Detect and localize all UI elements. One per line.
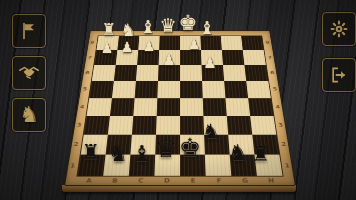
white-king-e8[interactable]: ♚	[179, 13, 198, 34]
black-rook-h1[interactable]: ♜	[252, 144, 271, 165]
white-pawn-f6[interactable]: ♟	[203, 56, 216, 71]
black-bishop-c1[interactable]: ♝	[132, 143, 152, 165]
white-bishop-c8[interactable]: ♝	[140, 18, 156, 36]
white-bishop-f8[interactable]: ♝	[199, 19, 215, 37]
white-pawn-e7[interactable]: ♟	[188, 37, 201, 51]
white-queen-d8[interactable]: ♛	[159, 16, 176, 35]
black-knight-g1[interactable]: ♞	[228, 142, 248, 164]
white-pawn-d6[interactable]: ♟	[162, 53, 175, 68]
black-king-e1[interactable]: ♚	[179, 135, 201, 160]
black-rook-a1[interactable]: ♜	[82, 142, 101, 163]
white-pawn-b7[interactable]: ♟	[121, 40, 134, 54]
white-rook-a8[interactable]: ♜	[102, 22, 116, 38]
white-pawn-c7[interactable]: ♟	[143, 39, 156, 53]
black-knight-b1[interactable]: ♞	[108, 143, 128, 165]
white-pawn-a7[interactable]: ♟	[101, 41, 114, 55]
black-queen-d1[interactable]: ♛	[155, 137, 177, 161]
pieces-layer: ♜♞♝♛♚♝♟♟♟♟♟♟♜♞♝♛♚♞♞♜	[0, 0, 356, 200]
black-knight-f2[interactable]: ♞	[202, 121, 220, 141]
white-knight-b8[interactable]: ♞	[120, 22, 135, 39]
